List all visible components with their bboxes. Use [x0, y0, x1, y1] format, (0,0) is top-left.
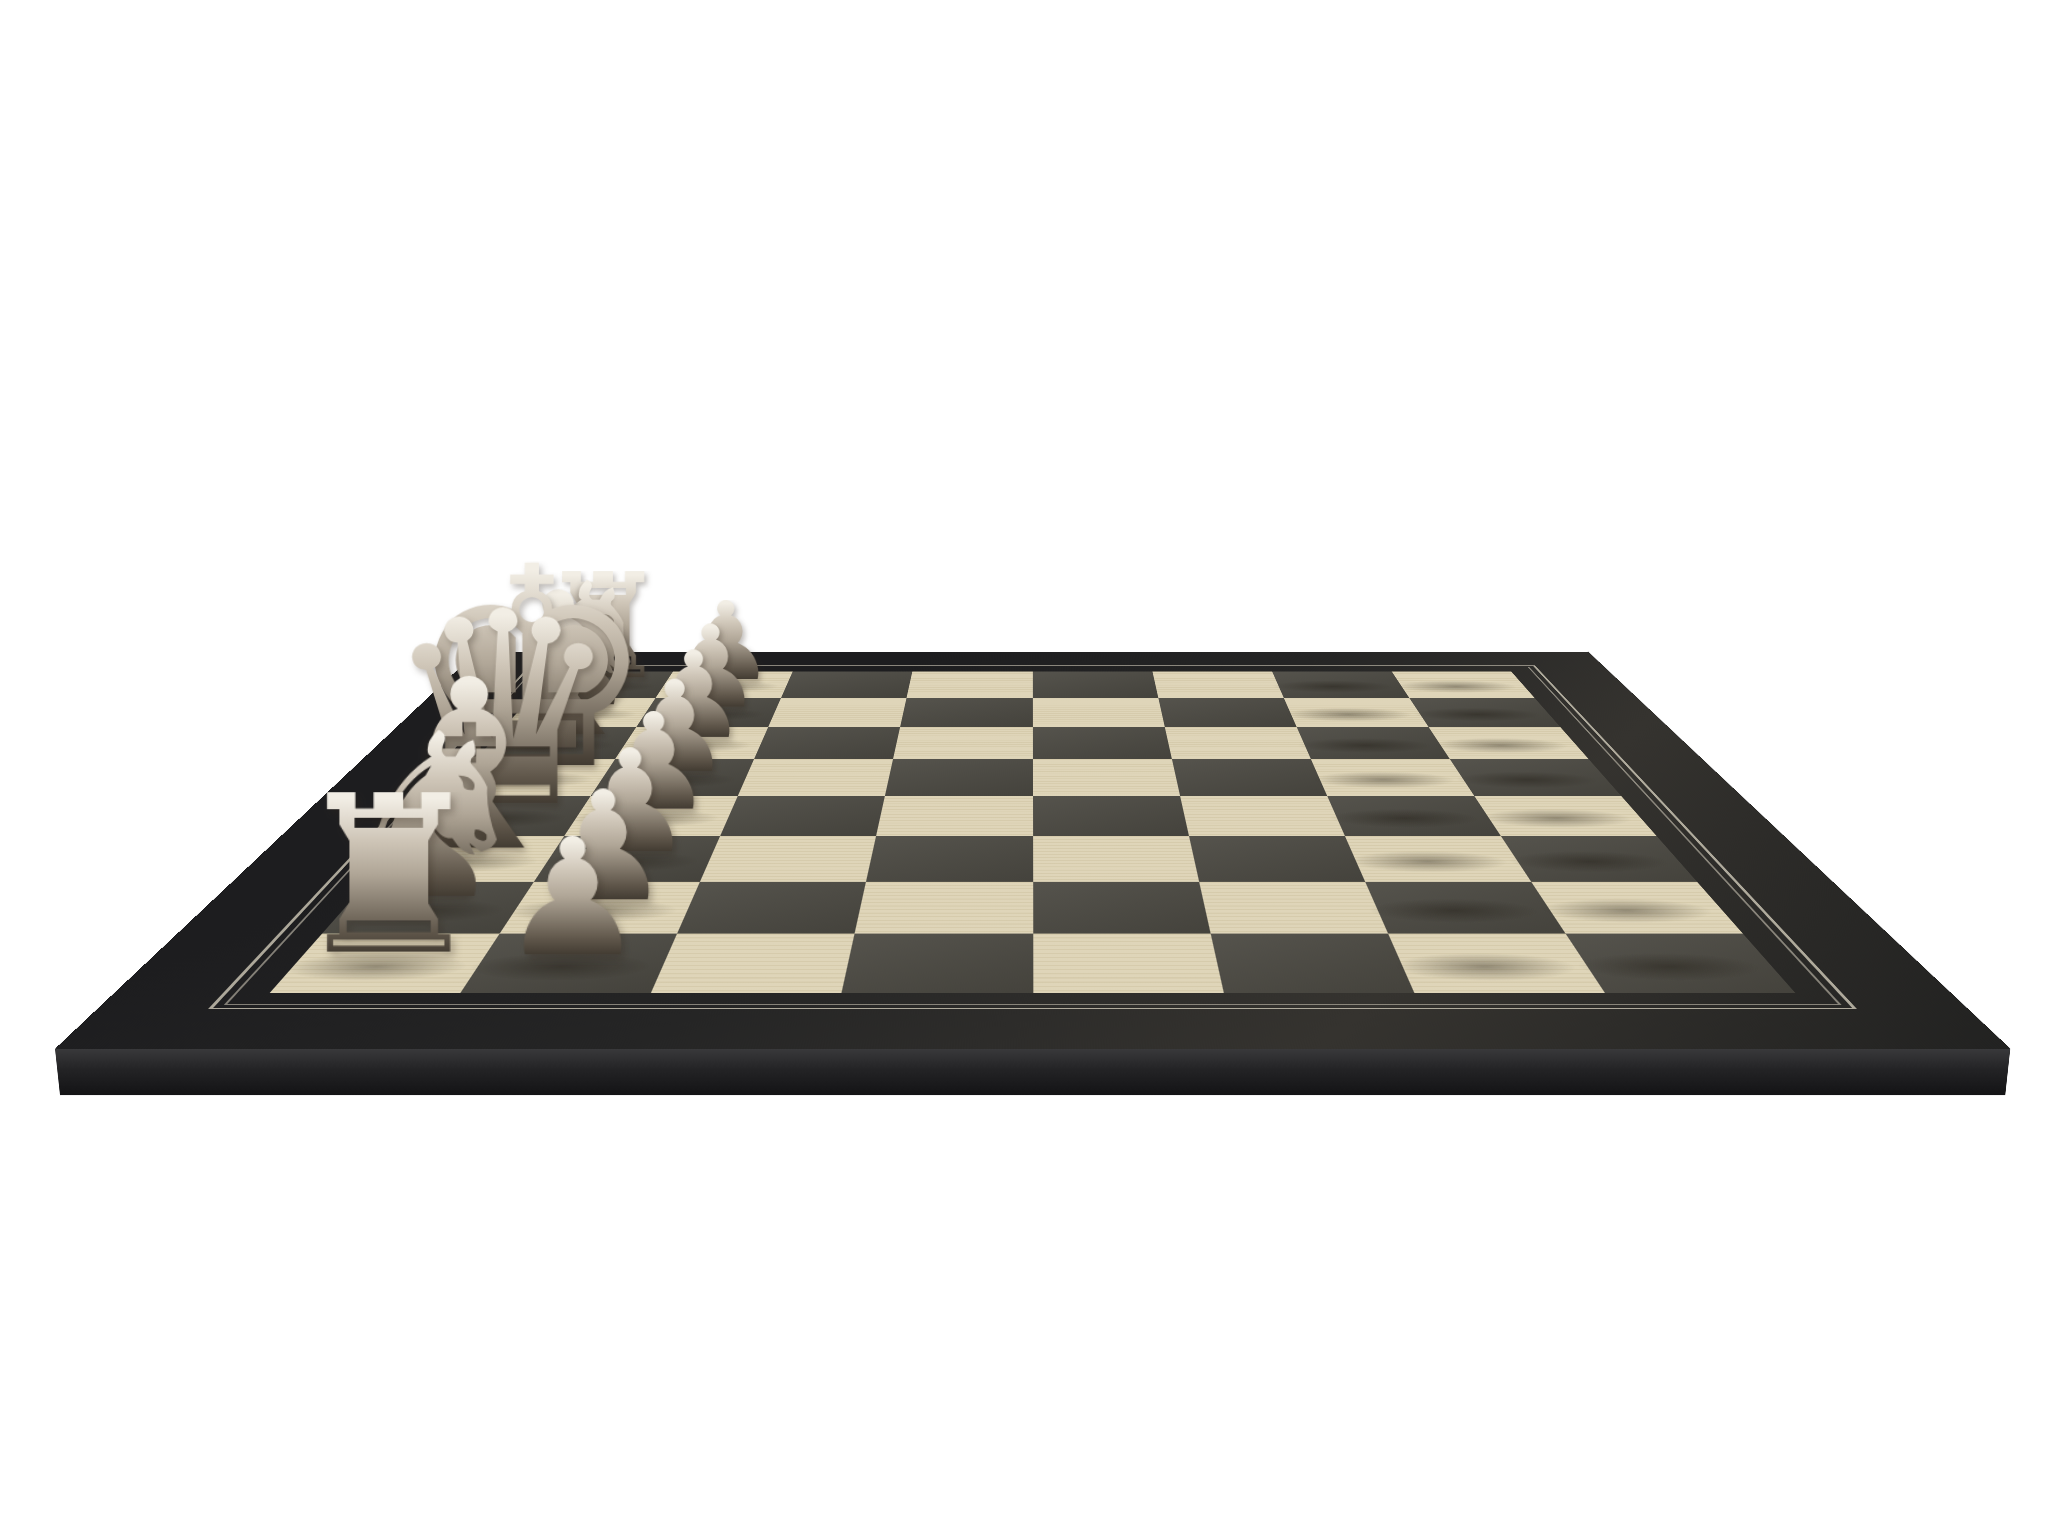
photo-scene: ♜♞♝♛♚♝♞♜♟♟♟♟♟♟♟♟♟♟♟♟♟♟♟♟♜♞♝♛♚♝♞♜	[0, 0, 2048, 1536]
board-front-edge	[55, 1049, 2010, 1095]
board-pieces: ♜♞♝♛♚♝♞♜♟♟♟♟♟♟♟♟♟♟♟♟♟♟♟♟♜♞♝♛♚♝♞♜	[270, 671, 1796, 993]
piece-gold-rook-a1: ♜	[1309, 792, 2043, 963]
chess-board: ♜♞♝♛♚♝♞♜♟♟♟♟♟♟♟♟♟♟♟♟♟♟♟♟♜♞♝♛♚♝♞♜	[55, 652, 2010, 1049]
piece-slot-a1: ♜	[1565, 933, 1795, 993]
piece-silver-rook-a8: ♜	[22, 792, 756, 963]
